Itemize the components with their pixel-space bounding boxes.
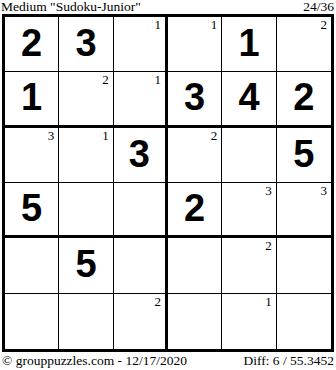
given-digit: 3 <box>129 135 150 173</box>
cell-r6c1[interactable] <box>5 294 59 349</box>
given-digit: 2 <box>21 24 42 62</box>
pencil-mark: 2 <box>211 129 218 142</box>
cell-r5c2[interactable]: 5 <box>59 238 113 293</box>
cell-r4c6[interactable]: 3 <box>277 183 331 238</box>
cell-r5c6[interactable] <box>277 238 331 293</box>
cell-r1c6[interactable]: 2 <box>277 17 331 72</box>
pencil-mark: 2 <box>265 239 272 252</box>
puzzle-page: Medium "Sudoku-Junior" 24/36 23111212134… <box>0 0 336 370</box>
given-digit: 5 <box>75 245 96 283</box>
given-digit: 1 <box>21 78 42 116</box>
cell-r6c2[interactable] <box>59 294 113 349</box>
given-digit: 2 <box>184 189 205 227</box>
pencil-mark: 1 <box>154 18 161 31</box>
given-digit: 3 <box>75 24 96 62</box>
pencil-mark: 1 <box>265 295 272 308</box>
cell-r4c4[interactable]: 2 <box>168 183 222 238</box>
given-digit: 5 <box>293 135 314 173</box>
cell-r2c4[interactable]: 3 <box>168 72 222 127</box>
cell-r6c3[interactable]: 2 <box>114 294 168 349</box>
cell-r2c3[interactable]: 1 <box>114 72 168 127</box>
given-digit: 4 <box>238 78 259 116</box>
cell-r5c5[interactable]: 2 <box>222 238 276 293</box>
cell-r4c2[interactable] <box>59 183 113 238</box>
given-digit: 1 <box>238 24 259 62</box>
cell-r4c3[interactable] <box>114 183 168 238</box>
cell-r3c1[interactable]: 3 <box>5 128 59 183</box>
cell-r5c4[interactable] <box>168 238 222 293</box>
page-title: Medium "Sudoku-Junior" <box>1 0 141 13</box>
pencil-mark: 1 <box>154 73 161 86</box>
cell-r2c6[interactable]: 2 <box>277 72 331 127</box>
cell-r3c4[interactable]: 2 <box>168 128 222 183</box>
cell-r5c1[interactable] <box>5 238 59 293</box>
cell-r4c1[interactable]: 5 <box>5 183 59 238</box>
pencil-mark: 2 <box>154 295 161 308</box>
cell-r3c6[interactable]: 5 <box>277 128 331 183</box>
pencil-mark: 3 <box>48 129 55 142</box>
given-digit: 3 <box>184 78 205 116</box>
cell-r3c2[interactable]: 1 <box>59 128 113 183</box>
cell-r4c5[interactable]: 3 <box>222 183 276 238</box>
pencil-mark: 2 <box>102 73 109 86</box>
given-digit: 2 <box>293 78 314 116</box>
footer: © grouppuzzles.com - 12/17/2020 Diff: 6 … <box>0 352 336 368</box>
cell-r2c2[interactable]: 2 <box>59 72 113 127</box>
cell-r1c2[interactable]: 3 <box>59 17 113 72</box>
pencil-mark: 1 <box>211 18 218 31</box>
copyright-text: © grouppuzzles.com - 12/17/2020 <box>2 354 187 368</box>
pencil-mark: 3 <box>265 184 272 197</box>
cell-r2c5[interactable]: 4 <box>222 72 276 127</box>
difficulty-text: Diff: 6 / 55.3452 <box>244 354 335 368</box>
cell-r6c5[interactable]: 1 <box>222 294 276 349</box>
header: Medium "Sudoku-Junior" 24/36 <box>0 0 336 13</box>
cell-r1c1[interactable]: 2 <box>5 17 59 72</box>
cell-r6c6[interactable] <box>277 294 331 349</box>
cell-r1c5[interactable]: 1 <box>222 17 276 72</box>
sudoku-board: 2311121213423132552335221 <box>2 14 334 352</box>
cell-r5c3[interactable] <box>114 238 168 293</box>
cell-r1c3[interactable]: 1 <box>114 17 168 72</box>
empty-cells-counter: 24/36 <box>303 0 334 13</box>
given-digit: 5 <box>21 189 42 227</box>
cell-r3c5[interactable] <box>222 128 276 183</box>
cell-r1c4[interactable]: 1 <box>168 17 222 72</box>
cell-r3c3[interactable]: 3 <box>114 128 168 183</box>
cell-r6c4[interactable] <box>168 294 222 349</box>
pencil-mark: 2 <box>320 18 327 31</box>
pencil-mark: 1 <box>102 129 109 142</box>
pencil-mark: 3 <box>320 184 327 197</box>
cell-r2c1[interactable]: 1 <box>5 72 59 127</box>
